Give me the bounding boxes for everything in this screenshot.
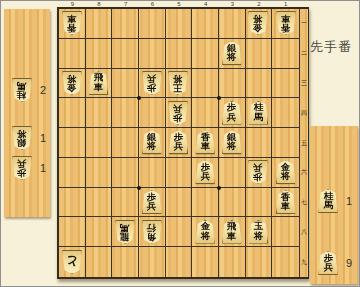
piece-歩兵-gote[interactable]: 歩兵 — [12, 156, 32, 180]
square-5六[interactable] — [166, 158, 193, 188]
square-6七[interactable]: 歩兵 — [139, 188, 166, 218]
piece-金将-sente[interactable]: 金将 — [195, 220, 215, 244]
piece-label: 桂馬 — [18, 81, 27, 100]
rank-label: 八 — [300, 217, 308, 247]
square-5八[interactable] — [166, 217, 193, 247]
square-3二[interactable]: 銀将 — [219, 39, 246, 69]
square-2一[interactable]: 金将 — [246, 9, 273, 39]
piece-龍馬-gote[interactable]: 龍馬 — [115, 220, 135, 244]
square-4八[interactable]: 金将 — [192, 217, 219, 247]
square-6一[interactable] — [139, 9, 166, 39]
piece-金将-gote[interactable]: 金将 — [62, 71, 82, 95]
piece-label: 桂馬 — [324, 192, 333, 211]
piece-香車-sente[interactable]: 香車 — [195, 130, 215, 154]
square-6九[interactable] — [139, 247, 166, 277]
square-9九[interactable]: と — [59, 247, 86, 277]
piece-label: 銀将 — [227, 44, 236, 63]
piece-label: 桂馬 — [254, 103, 263, 122]
square-9六[interactable] — [59, 158, 86, 188]
square-9三[interactable]: 金将 — [59, 69, 86, 99]
captured-count: 1 — [40, 162, 46, 174]
piece-label: 香車 — [67, 14, 76, 33]
square-3一[interactable] — [219, 9, 246, 39]
piece-桂馬-sente[interactable]: 桂馬 — [318, 189, 338, 213]
square-1一[interactable]: 香車 — [272, 9, 299, 39]
square-4九[interactable] — [192, 247, 219, 277]
hoshi-dot — [217, 96, 221, 100]
square-2三[interactable] — [246, 69, 273, 99]
square-1八[interactable] — [272, 217, 299, 247]
piece-歩兵-gote[interactable]: 歩兵 — [168, 101, 188, 125]
piece-label: 金将 — [254, 14, 263, 33]
square-4五[interactable]: 香車 — [192, 128, 219, 158]
piece-金将-sente[interactable]: 金将 — [276, 160, 296, 184]
square-2九[interactable] — [246, 247, 273, 277]
square-9二[interactable] — [59, 39, 86, 69]
square-7一[interactable] — [112, 9, 139, 39]
square-7七[interactable] — [112, 188, 139, 218]
square-1三[interactable] — [272, 69, 299, 99]
square-2六[interactable]: 歩兵 — [246, 158, 273, 188]
piece-歩兵-sente[interactable]: 歩兵 — [142, 190, 162, 214]
square-7五[interactable] — [112, 128, 139, 158]
piece-label: 香車 — [281, 14, 290, 33]
piece-歩兵-sente[interactable]: 歩兵 — [318, 251, 338, 275]
square-1六[interactable]: 金将 — [272, 158, 299, 188]
square-4六[interactable]: 歩兵 — [192, 158, 219, 188]
piece-label: 銀将 — [227, 133, 236, 152]
square-7四[interactable] — [112, 98, 139, 128]
piece-label: 歩兵 — [254, 163, 263, 182]
piece-歩兵-sente[interactable]: 歩兵 — [195, 160, 215, 184]
square-7九[interactable] — [112, 247, 139, 277]
piece-label: 飛車 — [94, 73, 103, 92]
piece-銀将-sente[interactable]: 銀将 — [222, 130, 242, 154]
piece-香車-gote[interactable]: 香車 — [276, 11, 296, 35]
square-3九[interactable] — [219, 247, 246, 277]
piece-金将-gote[interactable]: 金将 — [248, 11, 268, 35]
square-7三[interactable] — [112, 69, 139, 99]
piece-label: 金将 — [67, 73, 76, 92]
piece-桂馬-gote[interactable]: 桂馬 — [12, 78, 32, 102]
piece-label: 歩兵 — [201, 163, 210, 182]
square-1四[interactable] — [272, 98, 299, 128]
square-3四[interactable]: 歩兵 — [219, 98, 246, 128]
square-4二[interactable] — [192, 39, 219, 69]
piece-label: 歩兵 — [147, 193, 156, 212]
square-1七[interactable]: 香車 — [272, 188, 299, 218]
piece-銀将-gote[interactable]: 銀将 — [12, 126, 32, 150]
square-1五[interactable] — [272, 128, 299, 158]
hoshi-dot — [137, 186, 141, 190]
piece-香車-gote[interactable]: 香車 — [62, 11, 82, 35]
piece-label: 歩兵 — [174, 133, 183, 152]
rank-label: 五 — [300, 128, 308, 158]
piece-label: 香車 — [281, 193, 290, 212]
square-8一[interactable] — [86, 9, 113, 39]
square-9五[interactable] — [59, 128, 86, 158]
square-5四[interactable]: 歩兵 — [166, 98, 193, 128]
piece-label: 香車 — [201, 133, 210, 152]
piece-label: 歩兵 — [18, 159, 27, 178]
square-2二[interactable] — [246, 39, 273, 69]
piece-角行-gote[interactable]: 角行 — [142, 220, 162, 244]
piece-玉将-sente[interactable]: 玉将 — [248, 220, 268, 244]
square-8六[interactable] — [86, 158, 113, 188]
rank-label: 四 — [300, 98, 308, 128]
piece-桂馬-sente[interactable]: 桂馬 — [248, 101, 268, 125]
piece-銀将-sente[interactable]: 銀将 — [222, 41, 242, 65]
square-1二[interactable] — [272, 39, 299, 69]
piece-label: 金将 — [281, 163, 290, 182]
piece-王将-gote[interactable]: 王将 — [168, 71, 188, 95]
square-3七[interactable] — [219, 188, 246, 218]
square-6四[interactable] — [139, 98, 166, 128]
hoshi-dot — [217, 186, 221, 190]
square-6五[interactable]: 銀将 — [139, 128, 166, 158]
piece-label: 銀将 — [147, 133, 156, 152]
gote-captured-tray: 桂馬2銀将1歩兵1 — [4, 9, 50, 217]
rank-labels: 一二三四五六七八九 — [299, 9, 308, 277]
piece-歩兵-gote[interactable]: 歩兵 — [248, 160, 268, 184]
piece-label: と — [66, 256, 78, 269]
square-8五[interactable] — [86, 128, 113, 158]
piece-label: 歩兵 — [147, 73, 156, 92]
sente-captured-tray: 桂馬1歩兵9 — [310, 126, 358, 284]
square-1九[interactable] — [272, 247, 299, 277]
square-5五[interactable]: 歩兵 — [166, 128, 193, 158]
piece-飛車-sente[interactable]: 飛車 — [88, 71, 108, 95]
rank-label: 一 — [300, 9, 308, 39]
rank-label: 六 — [300, 158, 308, 188]
piece-歩兵-sente[interactable]: 歩兵 — [222, 101, 242, 125]
square-5九[interactable] — [166, 247, 193, 277]
turn-indicator: 先手番 — [310, 38, 352, 56]
square-5七[interactable] — [166, 188, 193, 218]
rank-label: 七 — [300, 188, 308, 218]
square-7六[interactable] — [112, 158, 139, 188]
square-4三[interactable] — [192, 69, 219, 99]
square-5一[interactable] — [166, 9, 193, 39]
square-3三[interactable] — [219, 69, 246, 99]
piece-label: 飛車 — [227, 222, 236, 241]
hoshi-dot — [137, 96, 141, 100]
square-5二[interactable] — [166, 39, 193, 69]
piece-label: 龍馬 — [121, 222, 130, 241]
square-7二[interactable] — [112, 39, 139, 69]
piece-label: 歩兵 — [324, 254, 333, 273]
square-7八[interactable]: 龍馬 — [112, 217, 139, 247]
square-6二[interactable] — [139, 39, 166, 69]
shogi-board: 香車金将香車銀将金将飛車歩兵王将歩兵歩兵桂馬銀将歩兵香車銀将歩兵歩兵金将歩兵香車… — [57, 7, 309, 279]
square-4七[interactable] — [192, 188, 219, 218]
rank-label: 九 — [300, 247, 308, 277]
captured-count: 1 — [40, 132, 46, 144]
square-8四[interactable] — [86, 98, 113, 128]
square-6三[interactable]: 歩兵 — [139, 69, 166, 99]
shogi-app-window: 桂馬2銀将1歩兵1 987654321 香車金将香車銀将金将飛車歩兵王将歩兵歩兵… — [0, 0, 360, 287]
captured-count: 9 — [346, 257, 352, 269]
captured-count: 1 — [346, 195, 352, 207]
piece-label: 金将 — [201, 222, 210, 241]
piece-label: 歩兵 — [174, 103, 183, 122]
piece-と-gote[interactable]: と — [62, 250, 82, 274]
square-3六[interactable] — [219, 158, 246, 188]
captured-count: 2 — [40, 84, 46, 96]
square-2五[interactable] — [246, 128, 273, 158]
square-8八[interactable] — [86, 217, 113, 247]
piece-飛車-sente[interactable]: 飛車 — [222, 220, 242, 244]
square-4四[interactable] — [192, 98, 219, 128]
piece-label: 銀将 — [18, 129, 27, 148]
piece-銀将-sente[interactable]: 銀将 — [142, 130, 162, 154]
square-8三[interactable]: 飛車 — [86, 69, 113, 99]
piece-歩兵-sente[interactable]: 歩兵 — [168, 130, 188, 154]
square-8二[interactable] — [86, 39, 113, 69]
square-3八[interactable]: 飛車 — [219, 217, 246, 247]
piece-label: 歩兵 — [227, 103, 236, 122]
square-5三[interactable]: 王将 — [166, 69, 193, 99]
square-2七[interactable] — [246, 188, 273, 218]
square-2八[interactable]: 玉将 — [246, 217, 273, 247]
square-3五[interactable]: 銀将 — [219, 128, 246, 158]
piece-歩兵-gote[interactable]: 歩兵 — [142, 71, 162, 95]
square-6六[interactable] — [139, 158, 166, 188]
piece-label: 玉将 — [254, 222, 263, 241]
piece-label: 王将 — [174, 73, 183, 92]
square-6八[interactable]: 角行 — [139, 217, 166, 247]
square-9八[interactable] — [59, 217, 86, 247]
square-8七[interactable] — [86, 188, 113, 218]
square-8九[interactable] — [86, 247, 113, 277]
rank-label: 二 — [300, 39, 308, 69]
square-9四[interactable] — [59, 98, 86, 128]
rank-label: 三 — [300, 69, 308, 99]
piece-香車-sente[interactable]: 香車 — [276, 190, 296, 214]
square-9七[interactable] — [59, 188, 86, 218]
piece-label: 角行 — [147, 222, 156, 241]
square-2四[interactable]: 桂馬 — [246, 98, 273, 128]
square-4一[interactable] — [192, 9, 219, 39]
square-9一[interactable]: 香車 — [59, 9, 86, 39]
